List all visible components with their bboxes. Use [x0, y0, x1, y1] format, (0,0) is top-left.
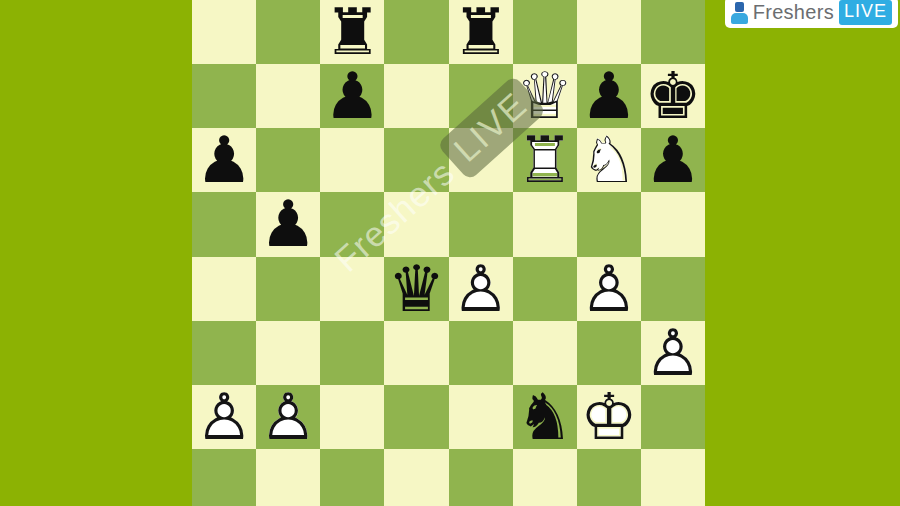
square-a1[interactable]	[192, 449, 256, 506]
square-g7[interactable]: ♟	[577, 64, 641, 128]
square-e3[interactable]	[449, 321, 513, 385]
square-e7[interactable]	[449, 64, 513, 128]
square-c1[interactable]	[320, 449, 384, 506]
square-a5[interactable]	[192, 192, 256, 256]
square-b5[interactable]: ♟	[256, 192, 320, 256]
piece-black-rook[interactable]: ♜	[320, 0, 384, 64]
piece-black-pawn[interactable]: ♟	[577, 64, 641, 128]
square-b4[interactable]	[256, 257, 320, 321]
square-a6[interactable]: ♟	[192, 128, 256, 192]
square-c4[interactable]	[320, 257, 384, 321]
piece-white-pawn[interactable]: ♟♙	[577, 257, 641, 321]
square-c8[interactable]: ♜	[320, 0, 384, 64]
piece-black-knight[interactable]: ♞	[513, 385, 577, 449]
square-g4[interactable]: ♟♙	[577, 257, 641, 321]
piece-white-queen[interactable]: ♛♕	[513, 64, 577, 128]
square-c3[interactable]	[320, 321, 384, 385]
square-c7[interactable]: ♟	[320, 64, 384, 128]
square-c6[interactable]	[320, 128, 384, 192]
square-a8[interactable]	[192, 0, 256, 64]
logo-brand-text: Freshers	[753, 1, 834, 24]
square-e4[interactable]: ♟♙	[449, 257, 513, 321]
square-d6[interactable]	[384, 128, 448, 192]
square-e6[interactable]	[449, 128, 513, 192]
piece-black-rook[interactable]: ♜	[449, 0, 513, 64]
square-d2[interactable]	[384, 385, 448, 449]
square-e1[interactable]	[449, 449, 513, 506]
square-b2[interactable]: ♟♙	[256, 385, 320, 449]
piece-black-pawn[interactable]: ♟	[320, 64, 384, 128]
piece-white-rook[interactable]: ♜♖	[513, 128, 577, 192]
square-d8[interactable]	[384, 0, 448, 64]
square-e5[interactable]	[449, 192, 513, 256]
square-d1[interactable]	[384, 449, 448, 506]
square-e8[interactable]: ♜	[449, 0, 513, 64]
square-g2[interactable]: ♚♔	[577, 385, 641, 449]
piece-black-pawn[interactable]: ♟	[641, 128, 705, 192]
chess-board[interactable]: ♜♜♟♛♕♟♚♟♜♖♞♘♟♟♛♟♙♟♙♟♙♟♙♟♙♞♚♔	[192, 0, 705, 506]
square-h3[interactable]: ♟♙	[641, 321, 705, 385]
piece-black-king[interactable]: ♚	[641, 64, 705, 128]
square-e2[interactable]	[449, 385, 513, 449]
square-b1[interactable]	[256, 449, 320, 506]
square-d5[interactable]	[384, 192, 448, 256]
square-f1[interactable]	[513, 449, 577, 506]
square-b3[interactable]	[256, 321, 320, 385]
square-h7[interactable]: ♚	[641, 64, 705, 128]
square-g8[interactable]	[577, 0, 641, 64]
square-b8[interactable]	[256, 0, 320, 64]
square-g1[interactable]	[577, 449, 641, 506]
square-d7[interactable]	[384, 64, 448, 128]
piece-white-king[interactable]: ♚♔	[577, 385, 641, 449]
page-background: ♜♜♟♛♕♟♚♟♜♖♞♘♟♟♛♟♙♟♙♟♙♟♙♟♙♞♚♔ FreshersLIV…	[0, 0, 900, 506]
piece-white-knight[interactable]: ♞♘	[577, 128, 641, 192]
square-b6[interactable]	[256, 128, 320, 192]
square-h4[interactable]	[641, 257, 705, 321]
square-a7[interactable]	[192, 64, 256, 128]
square-b7[interactable]	[256, 64, 320, 128]
piece-black-pawn[interactable]: ♟	[256, 192, 320, 256]
square-h5[interactable]	[641, 192, 705, 256]
piece-black-queen[interactable]: ♛	[384, 257, 448, 321]
square-h8[interactable]	[641, 0, 705, 64]
square-h2[interactable]	[641, 385, 705, 449]
square-g3[interactable]	[577, 321, 641, 385]
square-a4[interactable]	[192, 257, 256, 321]
freshers-person-icon	[731, 2, 748, 24]
square-a3[interactable]	[192, 321, 256, 385]
square-f5[interactable]	[513, 192, 577, 256]
square-h1[interactable]	[641, 449, 705, 506]
square-f6[interactable]: ♜♖	[513, 128, 577, 192]
square-c5[interactable]	[320, 192, 384, 256]
square-h6[interactable]: ♟	[641, 128, 705, 192]
square-f2[interactable]: ♞	[513, 385, 577, 449]
piece-white-pawn[interactable]: ♟♙	[449, 257, 513, 321]
logo-badge-text: LIVE	[839, 0, 892, 25]
square-f7[interactable]: ♛♕	[513, 64, 577, 128]
square-c2[interactable]	[320, 385, 384, 449]
piece-white-pawn[interactable]: ♟♙	[256, 385, 320, 449]
square-d4[interactable]: ♛	[384, 257, 448, 321]
fresherslive-logo: Freshers LIVE	[725, 0, 898, 28]
piece-black-pawn[interactable]: ♟	[192, 128, 256, 192]
square-g6[interactable]: ♞♘	[577, 128, 641, 192]
square-f4[interactable]	[513, 257, 577, 321]
piece-white-pawn[interactable]: ♟♙	[641, 321, 705, 385]
square-f3[interactable]	[513, 321, 577, 385]
square-f8[interactable]	[513, 0, 577, 64]
square-a2[interactable]: ♟♙	[192, 385, 256, 449]
square-d3[interactable]	[384, 321, 448, 385]
square-g5[interactable]	[577, 192, 641, 256]
piece-white-pawn[interactable]: ♟♙	[192, 385, 256, 449]
